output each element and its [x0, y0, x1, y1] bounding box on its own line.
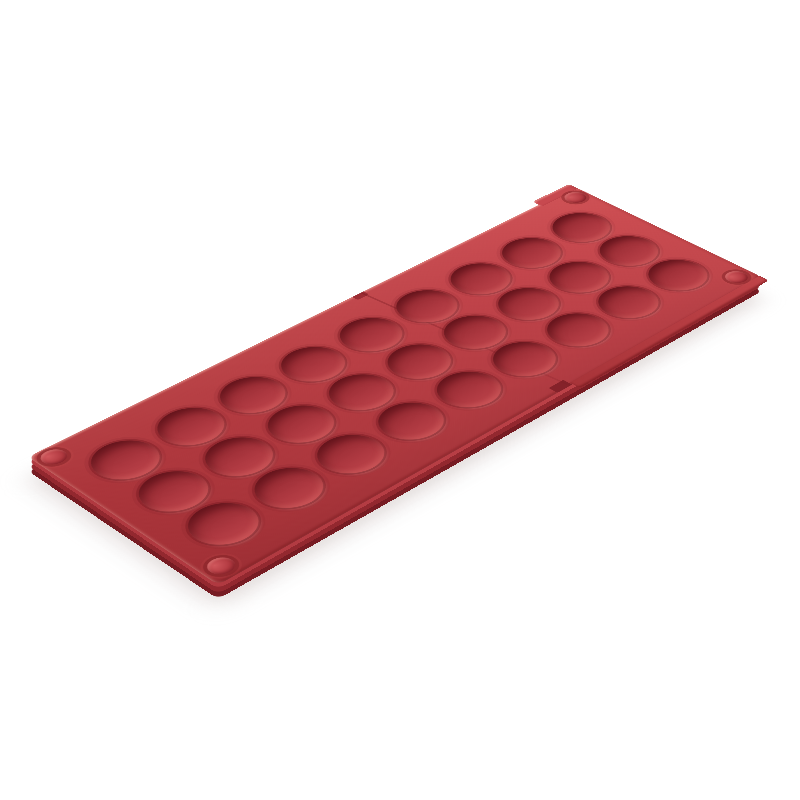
holes-grid — [28, 187, 762, 585]
folding-board-surface — [28, 187, 762, 585]
product-photo-scene — [0, 0, 800, 800]
